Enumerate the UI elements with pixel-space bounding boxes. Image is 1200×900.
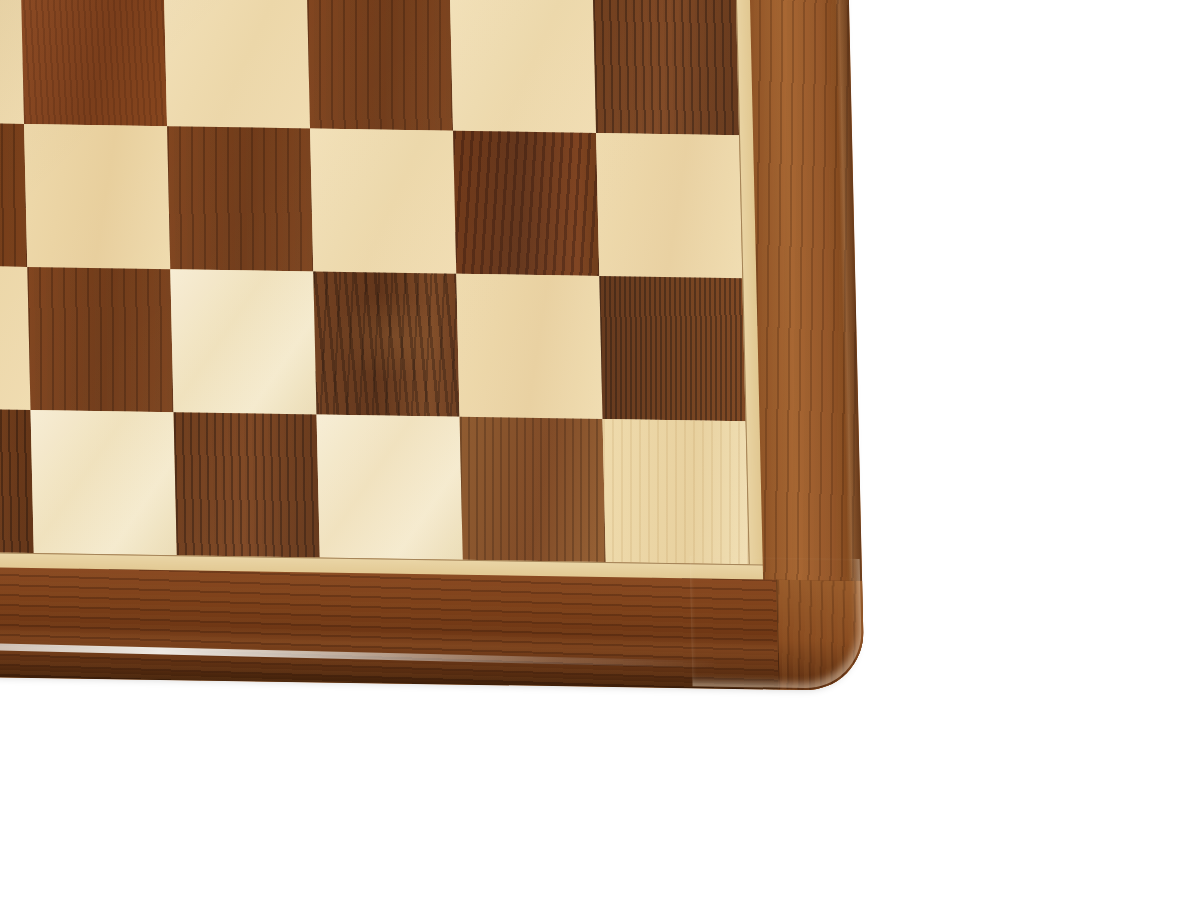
chessboard — [0, 0, 865, 691]
square-g2 — [456, 274, 602, 419]
square-f4 — [307, 0, 453, 131]
square-g4 — [450, 0, 596, 133]
gloss-highlight — [0, 635, 778, 669]
square-c3 — [0, 122, 27, 267]
square-g1 — [460, 417, 606, 562]
frame-bottom-rail — [0, 562, 779, 690]
square-h1 — [603, 419, 749, 564]
square-f3 — [310, 128, 456, 273]
square-c4 — [0, 0, 24, 124]
square-h2 — [599, 276, 745, 421]
square-c1 — [0, 408, 34, 553]
frame-corner — [776, 580, 864, 691]
square-e3 — [167, 126, 313, 271]
board-playing-area — [0, 0, 749, 564]
square-e1 — [174, 412, 320, 557]
square-c2 — [0, 265, 31, 410]
square-d4 — [21, 0, 167, 126]
square-e4 — [164, 0, 310, 128]
square-d3 — [24, 124, 170, 269]
square-h4 — [593, 0, 739, 135]
square-h3 — [596, 133, 742, 278]
square-d2 — [27, 267, 173, 412]
square-e2 — [170, 269, 316, 414]
square-g3 — [453, 131, 599, 276]
square-d1 — [31, 410, 177, 555]
photo-background — [0, 0, 1200, 900]
square-f2 — [313, 271, 459, 416]
square-f1 — [317, 414, 463, 559]
